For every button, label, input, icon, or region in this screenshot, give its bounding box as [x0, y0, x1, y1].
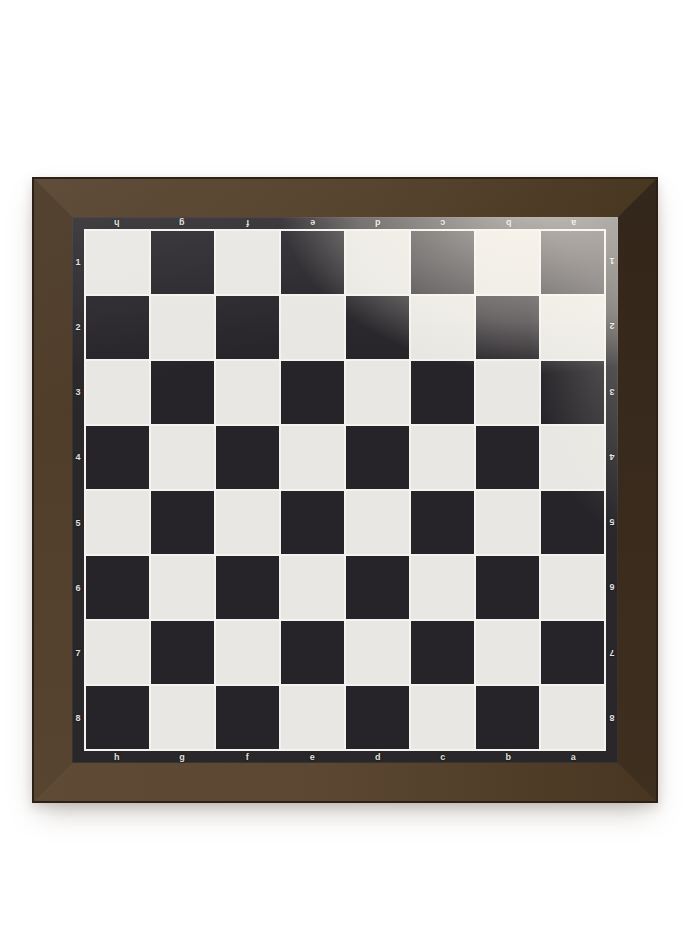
square-c8 [411, 686, 474, 749]
square-c1 [411, 231, 474, 294]
square-d6 [346, 556, 409, 619]
file-label-top-h: h [84, 217, 149, 229]
frame-right-rail [618, 179, 656, 801]
square-c4 [411, 426, 474, 489]
square-a5 [541, 491, 604, 554]
square-g6 [151, 556, 214, 619]
square-f3 [216, 361, 279, 424]
square-f5 [216, 491, 279, 554]
rank-label-left-3: 3 [72, 360, 84, 425]
square-g7 [151, 621, 214, 684]
rank-label-left-4: 4 [72, 425, 84, 490]
square-g8 [151, 686, 214, 749]
rank-label-left-1: 1 [72, 229, 84, 294]
square-h6 [86, 556, 149, 619]
rank-label-left-6: 6 [72, 555, 84, 620]
square-b1 [476, 231, 539, 294]
square-e6 [281, 556, 344, 619]
square-b3 [476, 361, 539, 424]
square-a4 [541, 426, 604, 489]
file-label-top-b: b [476, 217, 541, 229]
rank-labels-right: 12345678 [606, 229, 618, 751]
square-c3 [411, 361, 474, 424]
square-h7 [86, 621, 149, 684]
square-b5 [476, 491, 539, 554]
square-f7 [216, 621, 279, 684]
rank-label-right-4: 4 [606, 425, 618, 490]
square-a2 [541, 296, 604, 359]
square-d4 [346, 426, 409, 489]
coordinate-band: hgfedcba hgfedcba 12345678 12345678 [72, 217, 618, 763]
square-g2 [151, 296, 214, 359]
rank-label-right-8: 8 [606, 686, 618, 751]
file-label-top-e: e [280, 217, 345, 229]
rank-label-right-7: 7 [606, 621, 618, 686]
square-h2 [86, 296, 149, 359]
square-h5 [86, 491, 149, 554]
square-f2 [216, 296, 279, 359]
square-d8 [346, 686, 409, 749]
square-c7 [411, 621, 474, 684]
rank-label-right-3: 3 [606, 360, 618, 425]
square-b8 [476, 686, 539, 749]
square-a3 [541, 361, 604, 424]
square-g4 [151, 426, 214, 489]
square-d2 [346, 296, 409, 359]
rank-labels-left: 12345678 [72, 229, 84, 751]
square-a6 [541, 556, 604, 619]
file-label-top-a: a [541, 217, 606, 229]
square-b6 [476, 556, 539, 619]
square-a7 [541, 621, 604, 684]
square-b4 [476, 426, 539, 489]
frame-top-rail [34, 179, 656, 217]
square-d7 [346, 621, 409, 684]
file-label-bottom-d: d [345, 751, 410, 763]
square-e8 [281, 686, 344, 749]
chess-board: hgfedcba hgfedcba 12345678 12345678 [32, 177, 658, 803]
square-c5 [411, 491, 474, 554]
rank-label-left-8: 8 [72, 686, 84, 751]
square-e5 [281, 491, 344, 554]
rank-label-left-2: 2 [72, 294, 84, 359]
file-label-bottom-c: c [410, 751, 475, 763]
file-label-bottom-g: g [149, 751, 214, 763]
square-e2 [281, 296, 344, 359]
square-d3 [346, 361, 409, 424]
square-f4 [216, 426, 279, 489]
file-label-bottom-e: e [280, 751, 345, 763]
square-f6 [216, 556, 279, 619]
rank-label-right-6: 6 [606, 555, 618, 620]
square-e4 [281, 426, 344, 489]
square-h4 [86, 426, 149, 489]
board-inner-border [84, 229, 606, 751]
rank-label-right-1: 1 [606, 229, 618, 294]
rank-label-right-5: 5 [606, 490, 618, 555]
square-h3 [86, 361, 149, 424]
square-g1 [151, 231, 214, 294]
frame-bottom-rail [34, 763, 656, 801]
square-f1 [216, 231, 279, 294]
photo-background: hgfedcba hgfedcba 12345678 12345678 [0, 0, 700, 933]
square-c6 [411, 556, 474, 619]
file-label-bottom-f: f [215, 751, 280, 763]
square-h8 [86, 686, 149, 749]
frame-left-rail [34, 179, 72, 801]
rank-label-left-7: 7 [72, 621, 84, 686]
square-d5 [346, 491, 409, 554]
file-label-bottom-b: b [476, 751, 541, 763]
square-f8 [216, 686, 279, 749]
file-label-bottom-a: a [541, 751, 606, 763]
square-a8 [541, 686, 604, 749]
file-label-bottom-h: h [84, 751, 149, 763]
square-b7 [476, 621, 539, 684]
square-c2 [411, 296, 474, 359]
square-e3 [281, 361, 344, 424]
rank-label-left-5: 5 [72, 490, 84, 555]
square-g3 [151, 361, 214, 424]
square-h1 [86, 231, 149, 294]
file-labels-bottom: hgfedcba [84, 751, 606, 763]
square-e7 [281, 621, 344, 684]
file-label-top-g: g [149, 217, 214, 229]
square-b2 [476, 296, 539, 359]
file-label-top-d: d [345, 217, 410, 229]
board-grid [86, 231, 604, 749]
file-label-top-f: f [215, 217, 280, 229]
square-e1 [281, 231, 344, 294]
square-a1 [541, 231, 604, 294]
square-g5 [151, 491, 214, 554]
rank-label-right-2: 2 [606, 294, 618, 359]
file-labels-top: hgfedcba [84, 217, 606, 229]
file-label-top-c: c [410, 217, 475, 229]
square-d1 [346, 231, 409, 294]
